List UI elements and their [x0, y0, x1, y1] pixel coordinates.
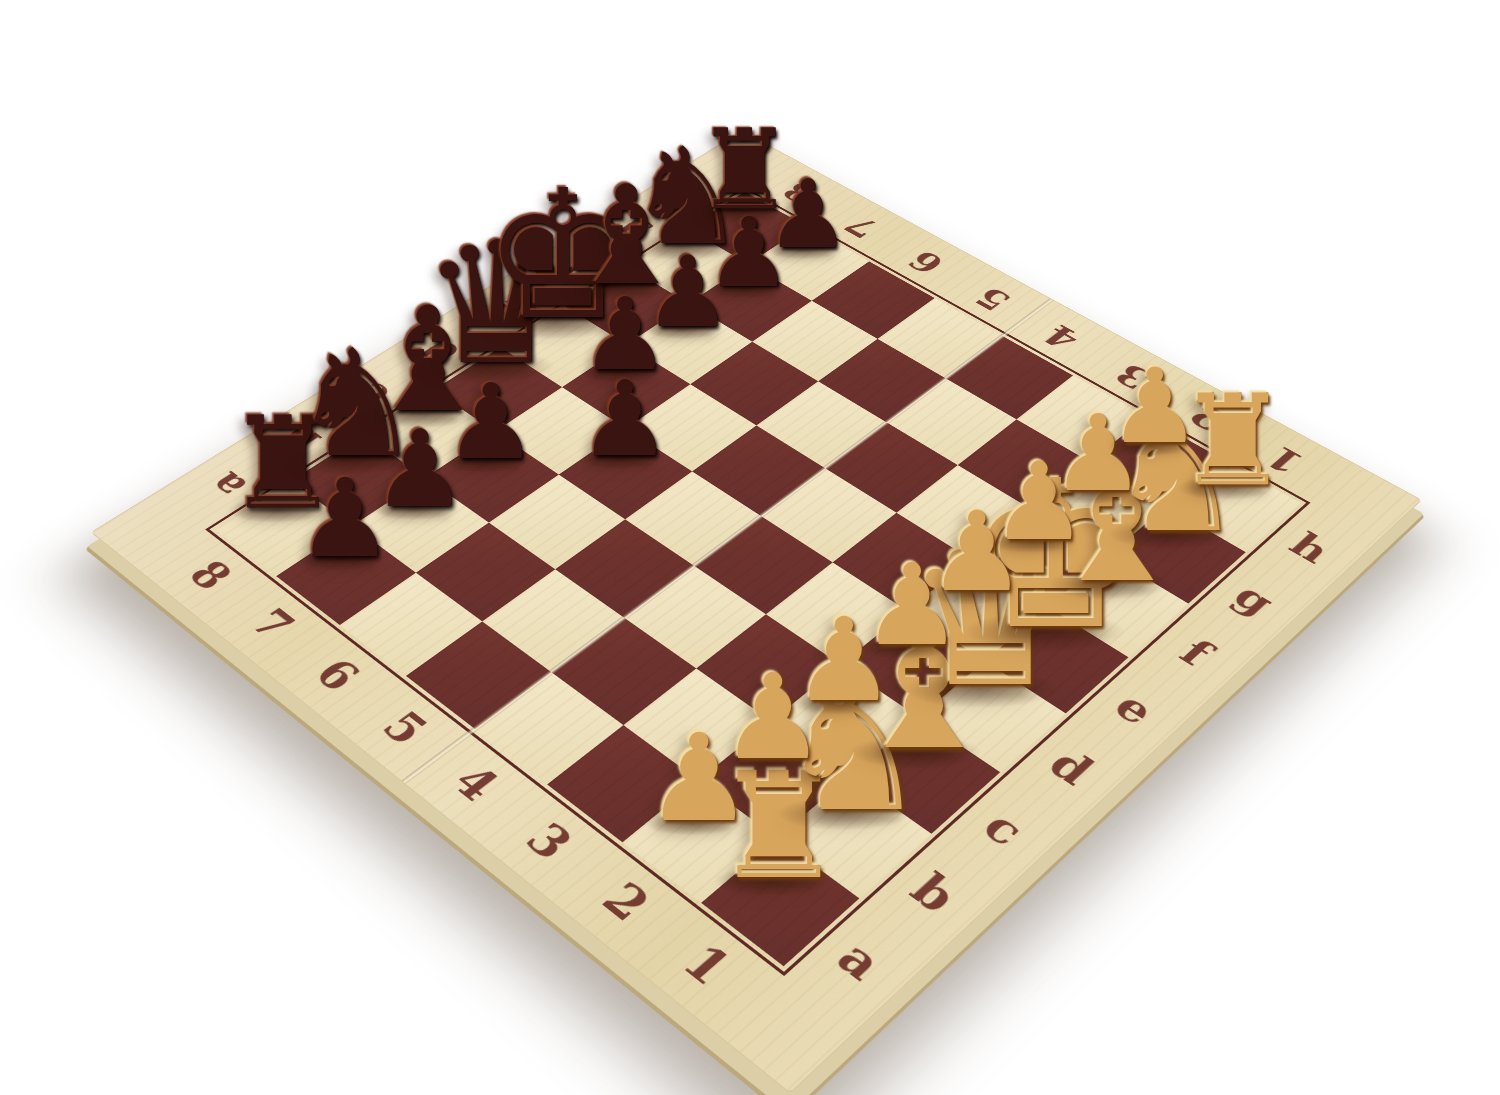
photo-stage: 1a8a2b7b3c6c4d5d5e4e6f3f7g2g8h1h ♜♞♝♛♚♝♞…	[0, 0, 1500, 1095]
playing-area	[205, 187, 1310, 976]
squares-grid	[215, 192, 1300, 967]
chess-board: 1a8a2b7b3c6c4d5d5e4e6f3f7g2g8h1h	[91, 130, 1422, 1093]
